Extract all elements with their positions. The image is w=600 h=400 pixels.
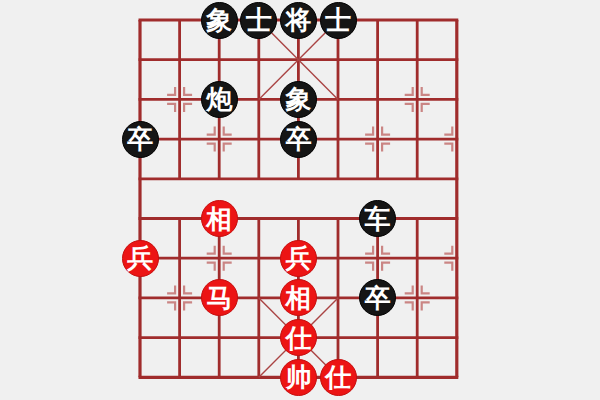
piece-black-soldier[interactable]: 卒 — [280, 121, 317, 158]
piece-black-soldier[interactable]: 卒 — [122, 121, 159, 158]
piece-black-advisor[interactable]: 士 — [240, 2, 277, 39]
piece-black-chariot[interactable]: 车 — [359, 200, 396, 237]
piece-black-general[interactable]: 将 — [280, 2, 317, 39]
piece-red-elephant[interactable]: 相 — [201, 200, 238, 237]
xiangqi-app: 象士将士炮象卒卒相车兵兵马相卒仕帅仕 — [0, 0, 600, 400]
piece-black-advisor[interactable]: 士 — [320, 2, 357, 39]
piece-red-advisor[interactable]: 仕 — [320, 359, 357, 396]
piece-black-elephant[interactable]: 象 — [280, 81, 317, 118]
piece-black-elephant[interactable]: 象 — [201, 2, 238, 39]
piece-red-horse[interactable]: 马 — [201, 279, 238, 316]
piece-black-soldier[interactable]: 卒 — [359, 279, 396, 316]
piece-red-advisor[interactable]: 仕 — [280, 319, 317, 356]
piece-red-soldier[interactable]: 兵 — [280, 240, 317, 277]
piece-black-cannon[interactable]: 炮 — [201, 81, 238, 118]
piece-red-general[interactable]: 帅 — [280, 359, 317, 396]
piece-red-soldier[interactable]: 兵 — [122, 240, 159, 277]
piece-red-elephant[interactable]: 相 — [280, 279, 317, 316]
